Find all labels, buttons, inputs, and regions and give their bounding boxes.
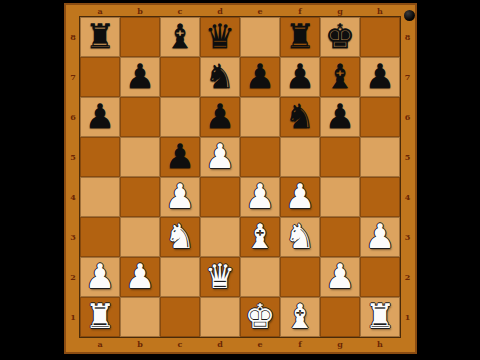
piece-black-pawn: ♟: [85, 96, 115, 136]
rank-label-8: 8: [66, 17, 80, 57]
piece-white-pawn: ♟: [325, 256, 355, 296]
piece-black-pawn: ♟: [125, 56, 155, 96]
square-h1: ♜: [360, 297, 400, 337]
square-b3: [120, 217, 160, 257]
square-g3: [320, 217, 360, 257]
piece-white-bishop: ♝: [285, 296, 315, 336]
square-d8: ♛: [200, 17, 240, 57]
piece-black-knight: ♞: [285, 96, 315, 136]
square-b6: [120, 97, 160, 137]
rank-label-1: 1: [400, 297, 415, 337]
rank-label-3: 3: [66, 217, 80, 257]
square-g5: [320, 137, 360, 177]
square-g6: ♟: [320, 97, 360, 137]
piece-white-pawn: ♟: [205, 136, 235, 176]
square-c7: [160, 57, 200, 97]
piece-white-pawn: ♟: [365, 216, 395, 256]
square-d6: ♟: [200, 97, 240, 137]
file-label-f: f: [280, 337, 320, 351]
file-label-h: h: [360, 337, 400, 351]
piece-black-bishop: ♝: [325, 56, 355, 96]
piece-white-queen: ♛: [205, 256, 235, 296]
rank-label-6: 6: [400, 97, 415, 137]
square-b8: [120, 17, 160, 57]
square-b2: ♟: [120, 257, 160, 297]
piece-white-bishop: ♝: [245, 216, 275, 256]
square-d5: ♟: [200, 137, 240, 177]
square-g1: [320, 297, 360, 337]
square-a1: ♜: [80, 297, 120, 337]
file-label-c: c: [160, 337, 200, 351]
piece-white-pawn: ♟: [245, 176, 275, 216]
rank-label-5: 5: [66, 137, 80, 177]
square-c2: [160, 257, 200, 297]
square-e7: ♟: [240, 57, 280, 97]
rank-labels-left: 87654321: [66, 17, 80, 337]
square-g7: ♝: [320, 57, 360, 97]
square-f1: ♝: [280, 297, 320, 337]
file-label-d: d: [200, 337, 240, 351]
rank-label-4: 4: [66, 177, 80, 217]
rank-label-4: 4: [400, 177, 415, 217]
square-f6: ♞: [280, 97, 320, 137]
square-h4: [360, 177, 400, 217]
square-b7: ♟: [120, 57, 160, 97]
piece-black-queen: ♛: [205, 16, 235, 56]
square-f8: ♜: [280, 17, 320, 57]
square-e8: [240, 17, 280, 57]
rank-label-6: 6: [66, 97, 80, 137]
rank-label-5: 5: [400, 137, 415, 177]
piece-black-pawn: ♟: [365, 56, 395, 96]
square-e6: [240, 97, 280, 137]
square-h7: ♟: [360, 57, 400, 97]
board-grid: ♜♝♛♜♚♟♞♟♟♝♟♟♟♞♟♟♟♟♟♟♞♝♞♟♟♟♛♟♜♚♝♜: [79, 16, 401, 338]
piece-black-pawn: ♟: [285, 56, 315, 96]
square-c5: ♟: [160, 137, 200, 177]
piece-white-pawn: ♟: [125, 256, 155, 296]
square-e4: ♟: [240, 177, 280, 217]
letterbox-right: [417, 0, 480, 360]
piece-white-king: ♚: [245, 296, 275, 336]
rank-label-2: 2: [400, 257, 415, 297]
piece-black-knight: ♞: [205, 56, 235, 96]
square-f7: ♟: [280, 57, 320, 97]
square-h3: ♟: [360, 217, 400, 257]
file-label-g: g: [320, 337, 360, 351]
piece-white-rook: ♜: [365, 296, 395, 336]
square-h2: [360, 257, 400, 297]
square-g2: ♟: [320, 257, 360, 297]
piece-black-rook: ♜: [285, 16, 315, 56]
square-e5: [240, 137, 280, 177]
square-g8: ♚: [320, 17, 360, 57]
piece-black-pawn: ♟: [165, 136, 195, 176]
file-label-b: b: [120, 337, 160, 351]
rank-label-8: 8: [400, 17, 415, 57]
square-g4: [320, 177, 360, 217]
rank-label-7: 7: [400, 57, 415, 97]
piece-black-rook: ♜: [85, 16, 115, 56]
letterbox-left: [0, 0, 64, 360]
side-to-move-indicator-dot: [404, 10, 415, 21]
piece-black-king: ♚: [325, 16, 355, 56]
rank-label-1: 1: [66, 297, 80, 337]
piece-white-pawn: ♟: [165, 176, 195, 216]
square-d2: ♛: [200, 257, 240, 297]
piece-white-knight: ♞: [285, 216, 315, 256]
square-b4: [120, 177, 160, 217]
piece-black-bishop: ♝: [165, 16, 195, 56]
rank-labels-right: 87654321: [400, 17, 415, 337]
square-f3: ♞: [280, 217, 320, 257]
square-c3: ♞: [160, 217, 200, 257]
square-c4: ♟: [160, 177, 200, 217]
chess-board-frame: abcdefgh abcdefgh 87654321 87654321 ♜♝♛♜…: [64, 3, 417, 354]
file-label-e: e: [240, 337, 280, 351]
square-c1: [160, 297, 200, 337]
square-d3: [200, 217, 240, 257]
square-a5: [80, 137, 120, 177]
piece-white-knight: ♞: [165, 216, 195, 256]
file-label-a: a: [80, 337, 120, 351]
square-h5: [360, 137, 400, 177]
square-a2: ♟: [80, 257, 120, 297]
square-a7: [80, 57, 120, 97]
piece-black-pawn: ♟: [325, 96, 355, 136]
rank-label-3: 3: [400, 217, 415, 257]
square-f2: [280, 257, 320, 297]
square-e2: [240, 257, 280, 297]
square-c8: ♝: [160, 17, 200, 57]
square-a3: [80, 217, 120, 257]
square-d7: ♞: [200, 57, 240, 97]
square-a6: ♟: [80, 97, 120, 137]
square-h8: [360, 17, 400, 57]
piece-white-rook: ♜: [85, 296, 115, 336]
piece-black-pawn: ♟: [245, 56, 275, 96]
piece-white-pawn: ♟: [85, 256, 115, 296]
square-e3: ♝: [240, 217, 280, 257]
square-h6: [360, 97, 400, 137]
square-f5: [280, 137, 320, 177]
file-labels-bottom: abcdefgh: [80, 337, 400, 351]
square-c6: [160, 97, 200, 137]
square-d4: [200, 177, 240, 217]
square-b5: [120, 137, 160, 177]
piece-white-pawn: ♟: [285, 176, 315, 216]
square-f4: ♟: [280, 177, 320, 217]
square-b1: [120, 297, 160, 337]
square-a4: [80, 177, 120, 217]
square-a8: ♜: [80, 17, 120, 57]
rank-label-2: 2: [66, 257, 80, 297]
piece-black-pawn: ♟: [205, 96, 235, 136]
square-e1: ♚: [240, 297, 280, 337]
square-d1: [200, 297, 240, 337]
rank-label-7: 7: [66, 57, 80, 97]
